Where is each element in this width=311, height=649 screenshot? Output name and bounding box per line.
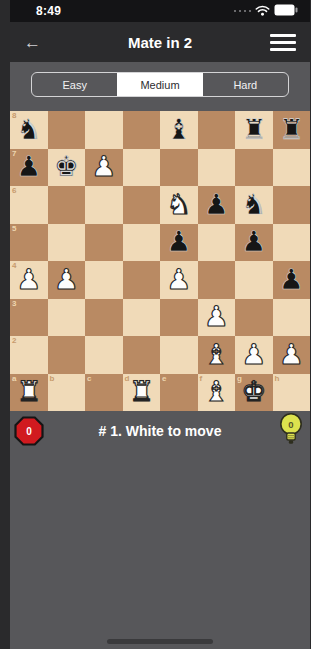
black-knight-g6: ♞: [241, 191, 266, 219]
square-f4[interactable]: [198, 261, 236, 299]
white-knight-e6: ♞: [166, 191, 191, 219]
square-c1[interactable]: c: [85, 374, 123, 412]
square-c2[interactable]: [85, 336, 123, 374]
square-c4[interactable]: [85, 261, 123, 299]
square-d8[interactable]: [123, 111, 161, 149]
square-f5[interactable]: [198, 224, 236, 262]
home-indicator[interactable]: [107, 639, 213, 644]
square-b1[interactable]: b: [48, 374, 86, 412]
square-c6[interactable]: [85, 186, 123, 224]
square-b7[interactable]: ♚: [48, 149, 86, 187]
square-b4[interactable]: ♟: [48, 261, 86, 299]
square-e3[interactable]: [160, 299, 198, 337]
cellular-signal-icon: [234, 10, 252, 13]
square-e6[interactable]: ♞: [160, 186, 198, 224]
rank-label-2: 2: [12, 337, 16, 345]
difficulty-tabs: Easy Medium Hard: [31, 72, 289, 97]
battery-icon: [274, 2, 298, 20]
square-a3[interactable]: 3: [10, 299, 48, 337]
white-rook-d1: ♜: [129, 378, 154, 406]
tab-hard[interactable]: Hard: [203, 73, 288, 96]
square-f7[interactable]: [198, 149, 236, 187]
file-label-c: c: [87, 375, 91, 383]
file-label-h: h: [275, 375, 280, 383]
tab-medium[interactable]: Medium: [117, 73, 202, 96]
white-rook-a1: ♜: [16, 378, 41, 406]
app-screen: 8:49 ← Mate in 2 Easy M: [10, 0, 310, 649]
square-e7[interactable]: [160, 149, 198, 187]
square-b2[interactable]: [48, 336, 86, 374]
white-pawn-e4: ♟: [166, 266, 191, 294]
hint-count: 0: [288, 419, 293, 430]
status-icons: [234, 2, 299, 20]
square-d4[interactable]: [123, 261, 161, 299]
square-a5[interactable]: 5: [10, 224, 48, 262]
black-rook-g8: ♜: [241, 116, 266, 144]
puzzle-status-text: # 1. White to move: [99, 423, 222, 439]
white-pawn-a4: ♟: [16, 266, 41, 294]
white-bishop-f1: ♝: [204, 378, 229, 406]
square-a6[interactable]: 6: [10, 186, 48, 224]
black-pawn-g5: ♟: [241, 228, 266, 256]
square-g7[interactable]: [235, 149, 273, 187]
square-h5[interactable]: [273, 224, 311, 262]
clock: 8:49: [36, 4, 61, 18]
square-a4[interactable]: 4♟: [10, 261, 48, 299]
square-d2[interactable]: [123, 336, 161, 374]
square-g1[interactable]: g♚: [235, 374, 273, 412]
square-f8[interactable]: [198, 111, 236, 149]
square-a2[interactable]: 2: [10, 336, 48, 374]
square-g4[interactable]: [235, 261, 273, 299]
square-d3[interactable]: [123, 299, 161, 337]
square-h2[interactable]: ♟: [273, 336, 311, 374]
white-pawn-g2: ♟: [241, 341, 266, 369]
square-h1[interactable]: h: [273, 374, 311, 412]
square-b6[interactable]: [48, 186, 86, 224]
white-pawn-f3: ♟: [204, 303, 229, 331]
square-f6[interactable]: ♟: [198, 186, 236, 224]
back-arrow-icon[interactable]: ←: [24, 34, 41, 51]
page-title: Mate in 2: [10, 34, 310, 51]
tab-easy[interactable]: Easy: [32, 73, 117, 96]
file-label-b: b: [50, 375, 55, 383]
wifi-icon: [255, 2, 270, 20]
square-c5[interactable]: [85, 224, 123, 262]
rank-label-8: 8: [12, 112, 16, 120]
file-label-a: a: [12, 375, 16, 383]
square-h6[interactable]: [273, 186, 311, 224]
square-h7[interactable]: [273, 149, 311, 187]
white-bishop-f2: ♝: [204, 341, 229, 369]
black-pawn-f6: ♟: [204, 191, 229, 219]
black-king-b7: ♚: [54, 153, 79, 181]
square-g3[interactable]: [235, 299, 273, 337]
square-f3[interactable]: ♟: [198, 299, 236, 337]
white-king-g1: ♚: [241, 378, 266, 406]
chess-board: 8♞♝♜♜7♟♚♟6♞♟♞5♟♟4♟♟♟♟3♟2♝♟♟a♜bcd♜ef♝g♚h: [10, 111, 310, 411]
fail-count: 0: [26, 426, 32, 437]
rank-label-3: 3: [12, 300, 16, 308]
square-f1[interactable]: f♝: [198, 374, 236, 412]
square-g6[interactable]: ♞: [235, 186, 273, 224]
square-a1[interactable]: a♜: [10, 374, 48, 412]
rank-label-7: 7: [12, 150, 16, 158]
square-d6[interactable]: [123, 186, 161, 224]
square-e1[interactable]: e: [160, 374, 198, 412]
white-pawn-h2: ♟: [279, 341, 304, 369]
black-bishop-e8: ♝: [166, 116, 191, 144]
square-a7[interactable]: 7♟: [10, 149, 48, 187]
status-bar: 8:49: [10, 0, 310, 22]
rank-label-6: 6: [12, 187, 16, 195]
stop-octagon-icon[interactable]: 0: [14, 416, 44, 450]
square-b3[interactable]: [48, 299, 86, 337]
square-c7[interactable]: ♟: [85, 149, 123, 187]
file-label-e: e: [162, 375, 166, 383]
nav-bar: ← Mate in 2: [10, 22, 310, 62]
file-label-g: g: [237, 375, 242, 383]
square-d7[interactable]: [123, 149, 161, 187]
square-c8[interactable]: [85, 111, 123, 149]
square-b8[interactable]: [48, 111, 86, 149]
square-g5[interactable]: ♟: [235, 224, 273, 262]
lightbulb-icon[interactable]: 0: [278, 412, 304, 454]
black-pawn-a7: ♟: [16, 153, 41, 181]
square-e2[interactable]: [160, 336, 198, 374]
rank-label-4: 4: [12, 262, 16, 270]
square-d1[interactable]: d♜: [123, 374, 161, 412]
square-c3[interactable]: [85, 299, 123, 337]
square-h4[interactable]: ♟: [273, 261, 311, 299]
black-pawn-h4: ♟: [279, 266, 304, 294]
black-knight-a8: ♞: [16, 116, 41, 144]
square-f2[interactable]: ♝: [198, 336, 236, 374]
file-label-f: f: [200, 375, 203, 383]
puzzle-bar: 0 # 1. White to move 0: [10, 411, 310, 451]
square-h3[interactable]: [273, 299, 311, 337]
square-e5[interactable]: ♟: [160, 224, 198, 262]
hamburger-menu-icon[interactable]: [270, 34, 296, 51]
black-pawn-e5: ♟: [166, 228, 191, 256]
black-rook-h8: ♜: [279, 116, 304, 144]
white-pawn-b4: ♟: [54, 266, 79, 294]
square-g2[interactable]: ♟: [235, 336, 273, 374]
square-d5[interactable]: [123, 224, 161, 262]
square-b5[interactable]: [48, 224, 86, 262]
square-h8[interactable]: ♜: [273, 111, 311, 149]
white-pawn-c7: ♟: [91, 153, 116, 181]
square-g8[interactable]: ♜: [235, 111, 273, 149]
rank-label-5: 5: [12, 225, 16, 233]
square-e4[interactable]: ♟: [160, 261, 198, 299]
file-label-d: d: [125, 375, 130, 383]
square-e8[interactable]: ♝: [160, 111, 198, 149]
square-a8[interactable]: 8♞: [10, 111, 48, 149]
